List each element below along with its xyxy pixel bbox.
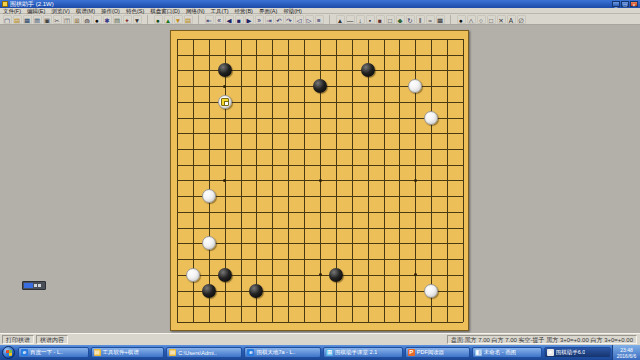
task-paint-icon: ◧ xyxy=(475,349,482,356)
grid-line-horizontal xyxy=(177,196,463,197)
circle-mark-icon[interactable]: ○ xyxy=(477,15,486,24)
small-square-icon[interactable]: ▪ xyxy=(366,15,375,24)
move-up-icon[interactable]: ▲ xyxy=(164,15,173,24)
save-icon[interactable]: ▦ xyxy=(23,15,32,24)
task-ie-weiqitiandi[interactable]: e围棋天地7a - L.. xyxy=(244,347,321,358)
status-score: 盘面:黑方 7.00 白方 7.00 实空-提子 黑方 3+0=+0.00 白方… xyxy=(447,335,637,344)
star-point xyxy=(414,179,417,182)
star-point xyxy=(319,179,322,182)
dropdown-icon[interactable]: ▼ xyxy=(133,15,142,24)
white-stone-R3[interactable] xyxy=(424,284,438,298)
grid-line-horizontal xyxy=(177,228,463,229)
last-move-icon[interactable]: ⇥ xyxy=(265,15,274,24)
undo-icon[interactable]: ↶ xyxy=(275,15,284,24)
task-label: C:\Users\Admi.. xyxy=(178,350,217,356)
redo-icon[interactable]: ↷ xyxy=(285,15,294,24)
grid-line-vertical xyxy=(463,39,464,322)
letter-mark-icon[interactable]: A xyxy=(507,15,516,24)
menu-item-special[interactable]: 特色(S) xyxy=(123,8,147,14)
grid-line-vertical xyxy=(384,39,385,322)
task-label: 工具软件+棋谱 xyxy=(103,349,139,356)
grid-line-vertical xyxy=(352,39,353,322)
copy-icon[interactable]: ◫ xyxy=(63,15,72,24)
close-button[interactable]: × xyxy=(630,1,638,7)
prev-variation-icon[interactable]: ◁ xyxy=(295,15,304,24)
grid-line-vertical xyxy=(399,39,400,322)
grid-line-horizontal xyxy=(177,306,463,307)
file-group: ▢▤▦▥▣✂◫⊞◍●✱▧✦▼ xyxy=(2,15,148,24)
application-window: 围棋助手 (2.1W) _ □ × 文件(F)编辑(E)浏览(V)棋谱(M)操作… xyxy=(0,0,640,360)
pause-icon[interactable]: ∥ xyxy=(416,15,425,24)
task-pdf-reader[interactable]: PPDF阅读器 xyxy=(405,347,470,358)
start-button[interactable] xyxy=(2,346,15,359)
rotate-icon[interactable]: ↻ xyxy=(406,15,415,24)
client-area xyxy=(0,25,640,333)
task-ie-baidu[interactable]: e百度一下 - L.. xyxy=(18,347,89,358)
menu-item-manage[interactable]: 经营(B) xyxy=(232,8,256,14)
minimize-button[interactable]: _ xyxy=(612,1,620,7)
estimate-icon[interactable]: ≈ xyxy=(426,15,435,24)
edit-group: ●▲▼▤ xyxy=(153,15,199,24)
open-icon[interactable]: ▤ xyxy=(13,15,22,24)
square-mark-icon[interactable]: □ xyxy=(487,15,496,24)
task-folder-users[interactable]: ▤C:\Users\Admi.. xyxy=(166,347,242,358)
white-stone-C6[interactable] xyxy=(202,236,216,250)
maximize-button[interactable]: □ xyxy=(621,1,629,7)
move-down-icon[interactable]: ▼ xyxy=(174,15,183,24)
status-left: 打印棋谱 xyxy=(2,335,34,344)
back-icon[interactable]: ◀ xyxy=(225,15,234,24)
info-icon[interactable]: ✦ xyxy=(123,15,132,24)
star-point xyxy=(223,179,226,182)
grid-line-horizontal xyxy=(177,291,463,292)
windows-logo-icon xyxy=(6,350,12,357)
notes-icon[interactable]: ▤ xyxy=(184,15,193,24)
white-stone-C9[interactable] xyxy=(202,189,216,203)
forward-icon[interactable]: ▶ xyxy=(245,15,254,24)
task-label: 百度一下 - L.. xyxy=(30,349,63,356)
paste-icon[interactable]: ⊞ xyxy=(73,15,82,24)
task-weiqi-classroom-icon: ⊞ xyxy=(326,349,333,356)
stone-icon[interactable]: ● xyxy=(93,15,102,24)
drop-icon[interactable]: ↓ xyxy=(356,15,365,24)
grid-line-vertical xyxy=(368,39,369,322)
task-buttons: e百度一下 - L..▤工具软件+棋谱▤C:\Users\Admi..e围棋天地… xyxy=(17,347,612,358)
menu-item-interface[interactable]: 界面(A) xyxy=(256,8,280,14)
star-point xyxy=(223,85,226,88)
task-folder-tools-icon: ▤ xyxy=(94,349,101,356)
mini-navigator-widget[interactable] xyxy=(22,281,46,290)
toolbar: ▢▤▦▥▣✂◫⊞◍●✱▧✦▼●▲▼▤⇤«◀■▶»⇥↶↷◁▷≡▲—↓▪■□◆↻∥≈… xyxy=(0,14,640,25)
move-list-icon[interactable]: ≡ xyxy=(315,15,324,24)
filled-square-icon[interactable]: ■ xyxy=(376,15,385,24)
task-weiqi-assistant[interactable]: ●围棋助手6.0 xyxy=(544,347,611,358)
triangle-mark-icon[interactable]: △ xyxy=(467,15,476,24)
status-middle: 棋谱内容 xyxy=(36,335,68,344)
pointer-icon[interactable]: ▲ xyxy=(336,15,345,24)
back-10-icon[interactable]: « xyxy=(215,15,224,24)
grid-line-horizontal xyxy=(177,212,463,213)
annotation-group: ●△○□✕A∅ xyxy=(456,15,531,24)
grid-line-horizontal xyxy=(177,243,463,244)
task-pdf-reader-icon: P xyxy=(408,349,415,356)
cross-mark-icon[interactable]: ✕ xyxy=(497,15,506,24)
task-folder-tools[interactable]: ▤工具软件+棋谱 xyxy=(91,347,165,358)
task-ie-weiqitiandi-icon: e xyxy=(247,349,254,356)
task-label: 围棋天地7a - L.. xyxy=(256,349,295,356)
menu-item-kifu[interactable]: 棋谱(M) xyxy=(73,8,98,14)
stop-icon[interactable]: ■ xyxy=(235,15,244,24)
menu-item-tools[interactable]: 工具(T) xyxy=(208,8,232,14)
search-icon[interactable]: ✱ xyxy=(103,15,112,24)
task-weiqi-classroom[interactable]: ⊞围棋助手课堂 2.1 xyxy=(323,347,403,358)
display-group: ▲—↓▪■□◆↻∥≈▦ xyxy=(335,15,451,24)
mini-widget-slider[interactable] xyxy=(24,283,33,288)
print-icon[interactable]: ▣ xyxy=(43,15,52,24)
line-icon[interactable]: — xyxy=(346,15,355,24)
task-label: 围棋助手课堂 2.1 xyxy=(335,349,377,356)
tray-date: 2016/6/6 xyxy=(617,353,636,359)
black-stone-F3[interactable] xyxy=(249,284,263,298)
task-folder-users-icon: ▤ xyxy=(169,349,176,356)
task-label: PDF阅读器 xyxy=(417,349,445,356)
app-icon xyxy=(2,1,8,7)
grid-line-vertical xyxy=(447,39,448,322)
black-stone-K16[interactable] xyxy=(313,79,327,93)
black-stone-C3[interactable] xyxy=(202,284,216,298)
navigation-group: ⇤«◀■▶»⇥↶↷◁▷≡ xyxy=(204,15,330,24)
mini-widget-button[interactable] xyxy=(34,284,37,287)
black-stone-N17[interactable] xyxy=(361,63,375,77)
task-label: 未命名 - 画图 xyxy=(484,349,516,356)
diamond-icon[interactable]: ◆ xyxy=(396,15,405,24)
menu-item-board-window[interactable]: 棋盘窗口(D) xyxy=(147,8,183,14)
star-point xyxy=(414,273,417,276)
menu-item-network[interactable]: 网络(N) xyxy=(183,8,208,14)
menu-item-file[interactable]: 文件(F) xyxy=(0,8,24,14)
last-move-marker-icon xyxy=(221,98,229,106)
go-board[interactable] xyxy=(170,30,469,331)
white-stone-R14[interactable] xyxy=(424,111,438,125)
erase-mark-icon[interactable]: ∅ xyxy=(517,15,526,24)
taskbar: e百度一下 - L..▤工具软件+棋谱▤C:\Users\Admi..e围棋天地… xyxy=(0,345,640,360)
white-stone-B4[interactable] xyxy=(186,268,200,282)
grid-icon[interactable]: ▦ xyxy=(436,15,445,24)
grid-line-horizontal xyxy=(177,322,463,323)
grid-line-vertical xyxy=(431,39,432,322)
task-ie-baidu-icon: e xyxy=(21,349,28,356)
menu-item-action[interactable]: 操作(O) xyxy=(98,8,123,14)
task-weiqi-assistant-icon: ● xyxy=(547,349,554,356)
white-stone-Q16[interactable] xyxy=(408,79,422,93)
mark-stone-icon[interactable]: ● xyxy=(457,15,466,24)
empty-square-icon[interactable]: □ xyxy=(386,15,395,24)
next-variation-icon[interactable]: ▷ xyxy=(305,15,314,24)
black-stone-D17[interactable] xyxy=(218,63,232,77)
star-point xyxy=(319,273,322,276)
library-icon[interactable]: ▧ xyxy=(113,15,122,24)
cut-icon[interactable]: ✂ xyxy=(53,15,62,24)
first-move-icon[interactable]: ⇤ xyxy=(205,15,214,24)
save-all-icon[interactable]: ▥ xyxy=(33,15,42,24)
menu-item-edit[interactable]: 编辑(E) xyxy=(24,8,48,14)
system-tray[interactable]: 23:48 2016/6/6 xyxy=(612,345,640,360)
task-paint[interactable]: ◧未命名 - 画图 xyxy=(472,347,542,358)
black-stone-D4[interactable] xyxy=(218,268,232,282)
black-stone-L4[interactable] xyxy=(329,268,343,282)
task-label: 围棋助手6.0 xyxy=(556,349,586,356)
menu-item-view[interactable]: 浏览(V) xyxy=(48,8,72,14)
menu-item-help[interactable]: 帮助(H) xyxy=(280,8,305,14)
board-icon[interactable]: ◍ xyxy=(83,15,92,24)
mini-widget-button[interactable] xyxy=(38,284,41,287)
forward-10-icon[interactable]: » xyxy=(255,15,264,24)
new-icon[interactable]: ▢ xyxy=(3,15,12,24)
status-bar: 打印棋谱 棋谱内容 盘面:黑方 7.00 白方 7.00 实空-提子 黑方 3+… xyxy=(0,333,640,345)
grid-line-horizontal xyxy=(177,259,463,260)
play-stone-icon[interactable]: ● xyxy=(154,15,163,24)
